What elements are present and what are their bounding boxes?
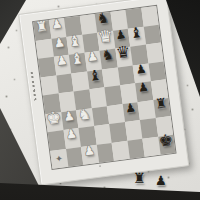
board-logo-emblem: ✦ (50, 148, 68, 168)
sheet-dust-specks (19, 15, 20, 16)
square-b8 (143, 24, 161, 44)
square-h8 (158, 134, 176, 154)
square-c8 (146, 43, 164, 63)
mat-dust-specks (0, 0, 1, 1)
square-f8 (153, 98, 171, 118)
vinyl-chessboard-sheet: ✦ ♜♚♝♟♟♟♛♟♞♛♞♟♝♝♝♞♟♟♟♟♟♟♜♚ (18, 0, 189, 186)
chess-photo: ✦ ♜♚♝♟♟♟♛♟♞♛♞♟♝♝♝♞♟♟♟♟♟♟♜♚ ♜ ♟ (0, 0, 200, 200)
square-a8 (141, 6, 159, 26)
square-g8 (155, 116, 173, 136)
captured-black-rook: ♜ (133, 171, 146, 185)
square-e8 (150, 79, 168, 99)
captured-black-pawn: ♟ (155, 174, 167, 187)
chessboard-grid: ✦ ♜♚♝♟♟♟♛♟♞♛♞♟♝♝♝♞♟♟♟♟♟♟♜♚ (32, 5, 177, 170)
square-d8 (148, 61, 166, 81)
board-brand-marks (30, 72, 36, 102)
